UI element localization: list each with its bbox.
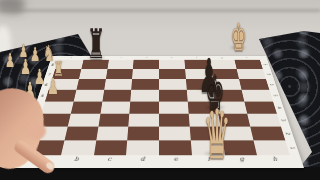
white-queen-f1-shadow bbox=[202, 151, 233, 156]
square-c1 bbox=[94, 140, 128, 155]
square-e7 bbox=[159, 69, 186, 79]
file-label-g: g bbox=[231, 156, 252, 162]
square-d2 bbox=[127, 126, 159, 140]
white-king-offboard-shadow bbox=[229, 45, 246, 50]
square-e6 bbox=[159, 79, 187, 90]
rank-label-right-2: 2 bbox=[284, 131, 292, 137]
square-g3 bbox=[218, 113, 251, 126]
file-label-f: f bbox=[199, 156, 219, 162]
square-g7 bbox=[211, 69, 239, 79]
square-h8 bbox=[235, 60, 263, 69]
captured-white-pawn-4: ♟ bbox=[19, 56, 31, 77]
square-g2 bbox=[220, 126, 254, 140]
top-file-label-g: g bbox=[217, 57, 226, 59]
square-d6 bbox=[131, 79, 159, 90]
rank-label-right-3: 3 bbox=[279, 118, 287, 123]
black-rook-b8-shadow bbox=[86, 55, 106, 60]
square-e5 bbox=[159, 90, 187, 101]
rank-label-right-7: 7 bbox=[265, 72, 272, 76]
square-b3 bbox=[68, 113, 101, 126]
captured-white-pawn-3: ♟ bbox=[4, 52, 15, 71]
file-label-d: d bbox=[133, 156, 153, 162]
square-b7 bbox=[79, 69, 107, 79]
rank-label-right-1: 1 bbox=[288, 145, 297, 151]
chess-lesson-photo: aabbccddeeffgghh1122334455667788 ♜♚♟♚♛ ♟… bbox=[0, 0, 320, 180]
square-d5 bbox=[131, 90, 159, 101]
table-seam bbox=[0, 9, 320, 12]
square-b4 bbox=[71, 101, 102, 113]
square-h3 bbox=[247, 113, 281, 126]
square-h7 bbox=[237, 69, 266, 79]
square-a4 bbox=[41, 101, 73, 113]
square-c4 bbox=[100, 101, 130, 113]
black-pawn-f4-shadow bbox=[197, 87, 220, 92]
square-c6 bbox=[104, 79, 132, 90]
square-g8 bbox=[209, 60, 236, 69]
square-e8 bbox=[159, 60, 185, 69]
square-c7 bbox=[105, 69, 133, 79]
square-f2 bbox=[189, 126, 222, 140]
background-smudge bbox=[12, 0, 22, 12]
rank-label-right-5: 5 bbox=[272, 93, 279, 98]
square-d3 bbox=[129, 113, 159, 126]
rank-label-right-4: 4 bbox=[275, 105, 283, 110]
square-c2 bbox=[96, 126, 129, 140]
square-g5 bbox=[214, 90, 244, 101]
top-file-label-h: h bbox=[242, 57, 252, 59]
top-file-label-d: d bbox=[142, 57, 151, 59]
square-e2 bbox=[159, 126, 191, 140]
square-c3 bbox=[98, 113, 129, 126]
square-f8 bbox=[184, 60, 211, 69]
square-h6 bbox=[239, 79, 269, 90]
square-c5 bbox=[102, 90, 131, 101]
square-b1 bbox=[61, 140, 96, 155]
square-f3 bbox=[188, 113, 219, 126]
square-b2 bbox=[64, 126, 98, 140]
square-d8 bbox=[133, 60, 159, 69]
square-b6 bbox=[76, 79, 105, 90]
file-label-b: b bbox=[66, 156, 87, 162]
file-label-c: c bbox=[99, 156, 119, 162]
square-f7 bbox=[185, 69, 213, 79]
top-file-label-e: e bbox=[167, 57, 176, 59]
top-file-label-c: c bbox=[117, 57, 126, 59]
square-h1 bbox=[254, 140, 290, 155]
square-h5 bbox=[242, 90, 273, 101]
rank-label-right-6: 6 bbox=[268, 83, 275, 87]
square-b8 bbox=[81, 60, 108, 69]
square-d4 bbox=[130, 101, 159, 113]
square-d7 bbox=[132, 69, 159, 79]
board-grid bbox=[28, 60, 290, 156]
square-d1 bbox=[126, 140, 159, 155]
top-file-label-f: f bbox=[192, 57, 201, 59]
square-e1 bbox=[159, 140, 192, 155]
top-file-label-a: a bbox=[67, 57, 77, 59]
square-b5 bbox=[74, 90, 104, 101]
file-label-h: h bbox=[264, 156, 285, 162]
square-h4 bbox=[244, 101, 276, 113]
square-e4 bbox=[159, 101, 188, 113]
hand-knuckle bbox=[26, 122, 46, 140]
rank-label-right-8: 8 bbox=[262, 63, 269, 67]
file-label-e: e bbox=[166, 156, 186, 162]
square-c8 bbox=[107, 60, 134, 69]
captured-white-pawn-7: ♟ bbox=[46, 75, 59, 97]
black-king-f3-shadow bbox=[204, 105, 226, 110]
square-h2 bbox=[250, 126, 285, 140]
square-e3 bbox=[159, 113, 189, 126]
